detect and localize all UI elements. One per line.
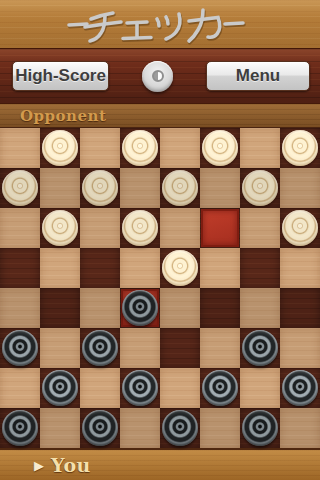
square-6-6: [240, 368, 280, 408]
white-piece[interactable]: [122, 210, 158, 246]
opponent-label-bar: Opponent: [0, 104, 320, 128]
black-piece[interactable]: [2, 410, 38, 446]
square-6-4: [160, 368, 200, 408]
square-4-3[interactable]: [120, 288, 160, 328]
square-0-6: [240, 128, 280, 168]
square-1-3: [120, 168, 160, 208]
square-0-7[interactable]: [280, 128, 320, 168]
contrast-icon: [152, 70, 164, 82]
square-7-2[interactable]: [80, 408, 120, 448]
black-piece[interactable]: [242, 330, 278, 366]
white-piece[interactable]: [42, 130, 78, 166]
square-5-4[interactable]: [160, 328, 200, 368]
square-3-3: [120, 248, 160, 288]
white-piece[interactable]: [202, 130, 238, 166]
square-3-6[interactable]: [240, 248, 280, 288]
app-title-katakana: [65, 2, 255, 46]
square-3-4[interactable]: [160, 248, 200, 288]
square-3-2[interactable]: [80, 248, 120, 288]
white-piece[interactable]: [162, 170, 198, 206]
square-2-1[interactable]: [40, 208, 80, 248]
contrast-toggle-button[interactable]: [142, 61, 173, 92]
toolbar: High-Score Menu: [0, 48, 320, 104]
black-piece[interactable]: [82, 410, 118, 446]
opponent-label: Opponent: [20, 107, 106, 125]
square-0-3[interactable]: [120, 128, 160, 168]
black-piece[interactable]: [162, 410, 198, 446]
square-4-1[interactable]: [40, 288, 80, 328]
square-5-1: [40, 328, 80, 368]
black-piece[interactable]: [202, 370, 238, 406]
square-2-5[interactable]: [200, 208, 240, 248]
white-piece[interactable]: [2, 170, 38, 206]
square-2-7[interactable]: [280, 208, 320, 248]
checkers-board: [0, 128, 320, 448]
square-1-4[interactable]: [160, 168, 200, 208]
square-1-7: [280, 168, 320, 208]
square-6-1[interactable]: [40, 368, 80, 408]
square-0-0: [0, 128, 40, 168]
square-7-4[interactable]: [160, 408, 200, 448]
square-7-6[interactable]: [240, 408, 280, 448]
you-label: You: [51, 454, 91, 476]
black-piece[interactable]: [42, 370, 78, 406]
checkers-app: −チェッカ− High-Score M: [0, 0, 320, 480]
title-bar: −チェッカ−: [0, 0, 320, 48]
white-piece[interactable]: [282, 130, 318, 166]
high-score-button[interactable]: High-Score: [12, 61, 109, 91]
square-4-2: [80, 288, 120, 328]
square-7-5: [200, 408, 240, 448]
square-2-6: [240, 208, 280, 248]
you-label-bar: ▶ You: [0, 448, 320, 480]
black-piece[interactable]: [122, 290, 158, 326]
square-0-4: [160, 128, 200, 168]
black-piece[interactable]: [2, 330, 38, 366]
square-2-3[interactable]: [120, 208, 160, 248]
square-0-2: [80, 128, 120, 168]
square-7-7: [280, 408, 320, 448]
square-1-5: [200, 168, 240, 208]
black-piece[interactable]: [282, 370, 318, 406]
square-0-1[interactable]: [40, 128, 80, 168]
square-2-2: [80, 208, 120, 248]
square-1-0[interactable]: [0, 168, 40, 208]
square-6-5[interactable]: [200, 368, 240, 408]
square-7-1: [40, 408, 80, 448]
square-4-7[interactable]: [280, 288, 320, 328]
white-piece[interactable]: [122, 130, 158, 166]
black-piece[interactable]: [122, 370, 158, 406]
white-piece[interactable]: [282, 210, 318, 246]
white-piece[interactable]: [82, 170, 118, 206]
square-7-3: [120, 408, 160, 448]
square-1-1: [40, 168, 80, 208]
square-7-0[interactable]: [0, 408, 40, 448]
white-piece[interactable]: [242, 170, 278, 206]
square-3-7: [280, 248, 320, 288]
square-5-7: [280, 328, 320, 368]
square-2-4: [160, 208, 200, 248]
square-3-5: [200, 248, 240, 288]
square-5-6[interactable]: [240, 328, 280, 368]
black-piece[interactable]: [82, 330, 118, 366]
square-6-3[interactable]: [120, 368, 160, 408]
square-2-0: [0, 208, 40, 248]
square-5-3: [120, 328, 160, 368]
square-5-0[interactable]: [0, 328, 40, 368]
black-piece[interactable]: [242, 410, 278, 446]
square-4-0: [0, 288, 40, 328]
square-6-7[interactable]: [280, 368, 320, 408]
turn-indicator-icon: ▶: [34, 459, 44, 472]
square-4-6: [240, 288, 280, 328]
white-piece[interactable]: [42, 210, 78, 246]
square-0-5[interactable]: [200, 128, 240, 168]
square-4-4: [160, 288, 200, 328]
square-3-1: [40, 248, 80, 288]
square-6-0: [0, 368, 40, 408]
square-5-2[interactable]: [80, 328, 120, 368]
square-4-5[interactable]: [200, 288, 240, 328]
square-5-5: [200, 328, 240, 368]
square-1-6[interactable]: [240, 168, 280, 208]
square-6-2: [80, 368, 120, 408]
white-piece[interactable]: [162, 250, 198, 286]
menu-button[interactable]: Menu: [206, 61, 310, 91]
square-3-0[interactable]: [0, 248, 40, 288]
square-1-2[interactable]: [80, 168, 120, 208]
